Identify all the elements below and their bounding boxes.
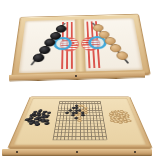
product-photo-sling-puck	[6, 2, 153, 80]
pile-stone-black[interactable]	[35, 123, 40, 126]
gomoku-stone-white[interactable]	[78, 119, 82, 122]
pile-stone-black[interactable]	[45, 114, 50, 117]
sling-puck-tilt-wrap	[5, 0, 154, 82]
gomoku-grid[interactable]	[53, 101, 107, 139]
gomoku-front-rail	[2, 149, 152, 156]
pile-stone-natural[interactable]	[123, 120, 128, 123]
gomoku-stone-white[interactable]	[84, 112, 88, 114]
product-photo-gomoku	[4, 80, 156, 158]
screw-icon	[75, 75, 77, 77]
gomoku-board	[7, 97, 153, 149]
center-dot-left	[71, 42, 74, 44]
gomoku-stone-black[interactable]	[81, 114, 85, 116]
pile-stone-black[interactable]	[44, 122, 49, 125]
sling-puck-board	[10, 14, 150, 79]
screw-icon	[76, 151, 78, 153]
pile-stone-black[interactable]	[29, 122, 35, 125]
center-dot-right	[85, 41, 88, 43]
black-puck[interactable]	[32, 53, 44, 62]
sling-puck-play-surface[interactable]	[18, 18, 142, 73]
screw-icon	[16, 151, 18, 153]
screw-icon	[134, 151, 136, 153]
pile-stone-natural[interactable]	[125, 114, 130, 117]
natural-puck[interactable]	[116, 51, 129, 60]
gomoku-surface	[14, 98, 147, 145]
gomoku-stone-black[interactable]	[65, 112, 69, 114]
